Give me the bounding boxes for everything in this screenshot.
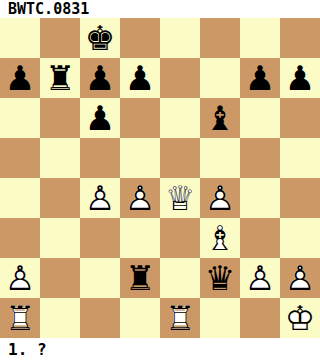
- square-e7[interactable]: [160, 58, 200, 98]
- square-h8[interactable]: [280, 18, 320, 58]
- chess-board: ♚♟♜♟♟♟♟♟♝♟♙♟♙♛♕♟♙♝♗♟♙♜♛♟♙♟♙♜♖♜♖♚♔: [0, 18, 320, 338]
- window-title: BWTC.0831: [8, 0, 89, 18]
- piece-outline: ♙: [280, 258, 320, 298]
- piece-white-rook[interactable]: ♜♖: [0, 298, 40, 338]
- square-h3[interactable]: [280, 218, 320, 258]
- title-bar: BWTC.0831: [0, 0, 320, 18]
- piece-black-pawn[interactable]: ♟: [0, 58, 40, 98]
- square-e2[interactable]: [160, 258, 200, 298]
- square-f2[interactable]: ♛: [200, 258, 240, 298]
- square-d6[interactable]: [120, 98, 160, 138]
- square-d2[interactable]: ♜: [120, 258, 160, 298]
- piece-fill: ♟: [80, 98, 120, 138]
- piece-white-pawn[interactable]: ♟♙: [280, 258, 320, 298]
- square-e8[interactable]: [160, 18, 200, 58]
- square-g3[interactable]: [240, 218, 280, 258]
- square-d4[interactable]: ♟♙: [120, 178, 160, 218]
- piece-outline: ♗: [200, 218, 240, 258]
- square-h2[interactable]: ♟♙: [280, 258, 320, 298]
- square-a5[interactable]: [0, 138, 40, 178]
- square-g6[interactable]: [240, 98, 280, 138]
- square-e3[interactable]: [160, 218, 200, 258]
- square-f8[interactable]: [200, 18, 240, 58]
- square-b1[interactable]: [40, 298, 80, 338]
- square-g2[interactable]: ♟♙: [240, 258, 280, 298]
- piece-fill: ♚: [80, 18, 120, 58]
- move-prompt: 1. ?: [8, 340, 47, 359]
- square-b6[interactable]: [40, 98, 80, 138]
- piece-fill: ♟: [240, 58, 280, 98]
- piece-black-pawn[interactable]: ♟: [280, 58, 320, 98]
- piece-outline: ♖: [160, 298, 200, 338]
- square-c3[interactable]: [80, 218, 120, 258]
- piece-white-pawn[interactable]: ♟♙: [80, 178, 120, 218]
- square-b3[interactable]: [40, 218, 80, 258]
- piece-outline: ♙: [240, 258, 280, 298]
- square-b2[interactable]: [40, 258, 80, 298]
- piece-fill: ♟: [120, 58, 160, 98]
- square-h5[interactable]: [280, 138, 320, 178]
- square-g5[interactable]: [240, 138, 280, 178]
- piece-fill: ♜: [40, 58, 80, 98]
- square-a7[interactable]: ♟: [0, 58, 40, 98]
- piece-white-pawn[interactable]: ♟♙: [240, 258, 280, 298]
- piece-outline: ♙: [200, 178, 240, 218]
- piece-white-queen[interactable]: ♛♕: [160, 178, 200, 218]
- piece-white-rook[interactable]: ♜♖: [160, 298, 200, 338]
- square-d8[interactable]: [120, 18, 160, 58]
- square-a2[interactable]: ♟♙: [0, 258, 40, 298]
- square-d3[interactable]: [120, 218, 160, 258]
- piece-outline: ♔: [280, 298, 320, 338]
- square-f6[interactable]: ♝: [200, 98, 240, 138]
- square-h6[interactable]: [280, 98, 320, 138]
- square-f7[interactable]: [200, 58, 240, 98]
- piece-white-pawn[interactable]: ♟♙: [200, 178, 240, 218]
- piece-outline: ♖: [0, 298, 40, 338]
- piece-black-king[interactable]: ♚: [80, 18, 120, 58]
- square-a3[interactable]: [0, 218, 40, 258]
- square-d7[interactable]: ♟: [120, 58, 160, 98]
- square-b4[interactable]: [40, 178, 80, 218]
- square-c6[interactable]: ♟: [80, 98, 120, 138]
- square-f4[interactable]: ♟♙: [200, 178, 240, 218]
- square-d1[interactable]: [120, 298, 160, 338]
- piece-fill: ♟: [280, 58, 320, 98]
- piece-white-pawn[interactable]: ♟♙: [0, 258, 40, 298]
- piece-black-pawn[interactable]: ♟: [80, 58, 120, 98]
- square-e4[interactable]: ♛♕: [160, 178, 200, 218]
- square-d5[interactable]: [120, 138, 160, 178]
- square-h1[interactable]: ♚♔: [280, 298, 320, 338]
- square-c4[interactable]: ♟♙: [80, 178, 120, 218]
- piece-fill: ♝: [200, 98, 240, 138]
- piece-black-rook[interactable]: ♜: [120, 258, 160, 298]
- piece-black-pawn[interactable]: ♟: [80, 98, 120, 138]
- status-bar: 1. ?: [0, 338, 320, 360]
- square-g7[interactable]: ♟: [240, 58, 280, 98]
- square-f5[interactable]: [200, 138, 240, 178]
- piece-fill: ♜: [120, 258, 160, 298]
- piece-black-queen[interactable]: ♛: [200, 258, 240, 298]
- piece-outline: ♙: [120, 178, 160, 218]
- piece-black-pawn[interactable]: ♟: [120, 58, 160, 98]
- piece-black-pawn[interactable]: ♟: [240, 58, 280, 98]
- square-e6[interactable]: [160, 98, 200, 138]
- square-c7[interactable]: ♟: [80, 58, 120, 98]
- square-b8[interactable]: [40, 18, 80, 58]
- piece-fill: ♟: [80, 58, 120, 98]
- square-g4[interactable]: [240, 178, 280, 218]
- piece-outline: ♙: [0, 258, 40, 298]
- square-c2[interactable]: [80, 258, 120, 298]
- square-e1[interactable]: ♜♖: [160, 298, 200, 338]
- square-e5[interactable]: [160, 138, 200, 178]
- square-b7[interactable]: ♜: [40, 58, 80, 98]
- square-c5[interactable]: [80, 138, 120, 178]
- piece-fill: ♛: [200, 258, 240, 298]
- piece-white-bishop[interactable]: ♝♗: [200, 218, 240, 258]
- piece-black-rook[interactable]: ♜: [40, 58, 80, 98]
- piece-outline: ♕: [160, 178, 200, 218]
- square-c1[interactable]: [80, 298, 120, 338]
- square-h7[interactable]: ♟: [280, 58, 320, 98]
- square-g1[interactable]: [240, 298, 280, 338]
- square-b5[interactable]: [40, 138, 80, 178]
- square-a6[interactable]: [0, 98, 40, 138]
- square-f1[interactable]: [200, 298, 240, 338]
- piece-white-pawn[interactable]: ♟♙: [120, 178, 160, 218]
- square-g8[interactable]: [240, 18, 280, 58]
- square-c8[interactable]: ♚: [80, 18, 120, 58]
- piece-outline: ♙: [80, 178, 120, 218]
- piece-black-bishop[interactable]: ♝: [200, 98, 240, 138]
- square-f3[interactable]: ♝♗: [200, 218, 240, 258]
- square-a4[interactable]: [0, 178, 40, 218]
- piece-white-king[interactable]: ♚♔: [280, 298, 320, 338]
- square-a1[interactable]: ♜♖: [0, 298, 40, 338]
- square-h4[interactable]: [280, 178, 320, 218]
- square-a8[interactable]: [0, 18, 40, 58]
- piece-fill: ♟: [0, 58, 40, 98]
